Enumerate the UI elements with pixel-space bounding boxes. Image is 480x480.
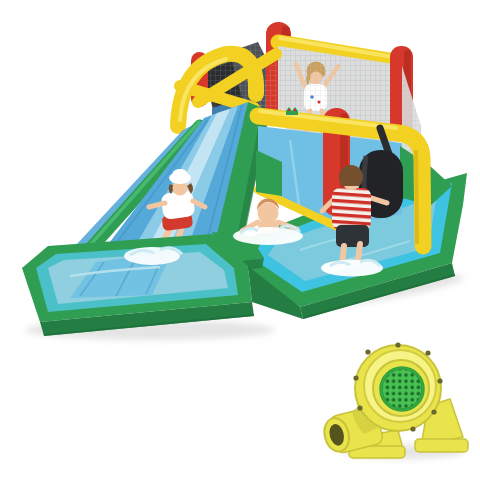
boy-hair (339, 165, 363, 189)
slide-bottom-splash (124, 247, 180, 265)
air-blower (320, 342, 468, 458)
boy-striped-shirt (332, 188, 371, 230)
boy-shorts (336, 225, 369, 247)
water-park-illustration (0, 0, 480, 480)
product-photo (0, 0, 480, 480)
